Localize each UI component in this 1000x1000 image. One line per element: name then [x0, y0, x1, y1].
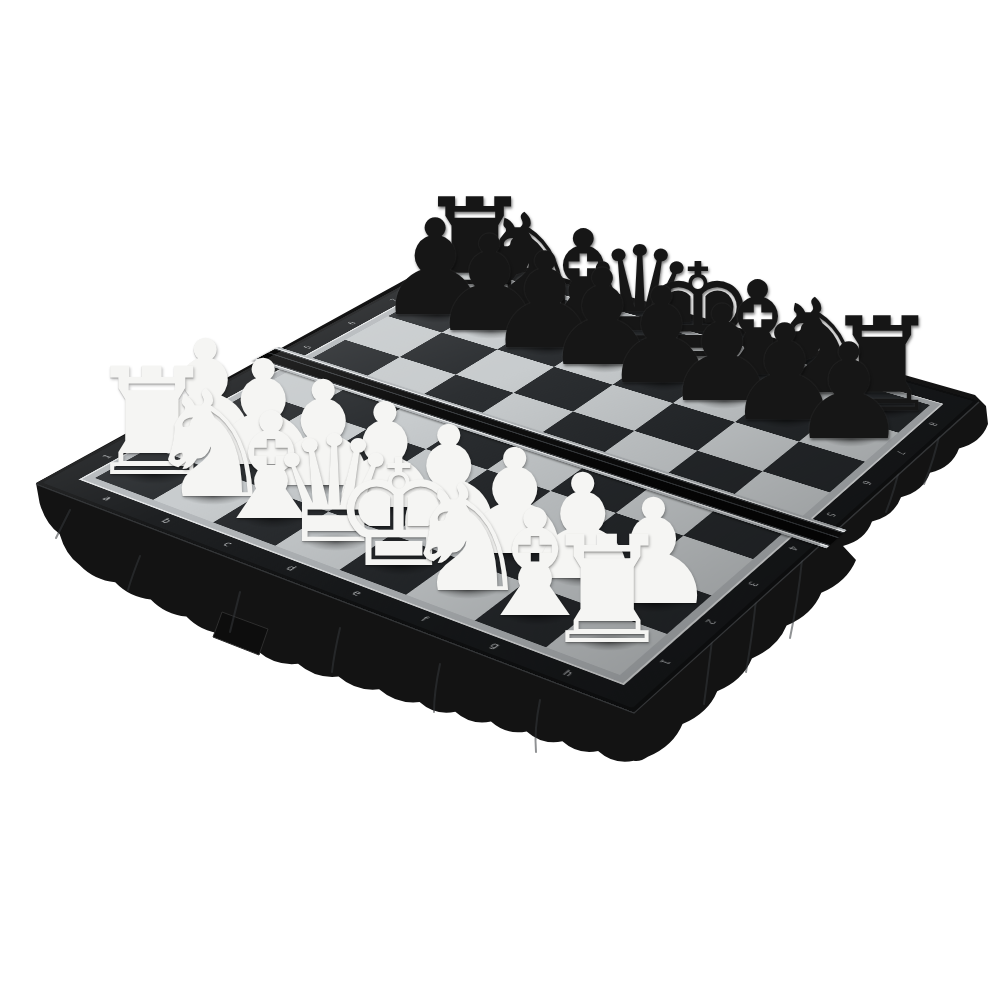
chess-set-product-photo: 1122334455667788aabbccddeeffgghh ♜♞♝♛♚♝♞…: [0, 0, 1000, 1000]
